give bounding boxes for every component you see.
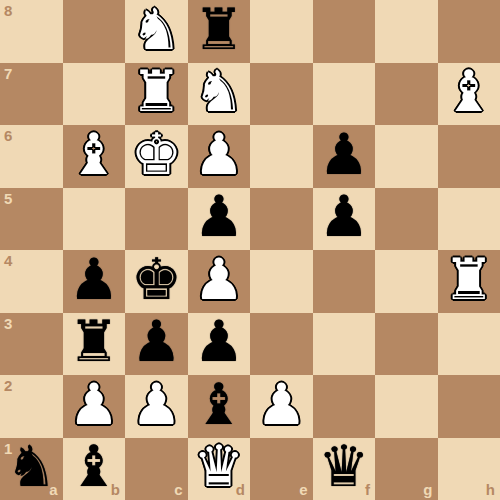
square-h2[interactable] — [438, 375, 500, 438]
piece-white-rook[interactable]: ♜ — [131, 63, 182, 120]
square-f8[interactable] — [313, 0, 376, 63]
square-b4[interactable]: ♟ — [63, 250, 126, 313]
piece-white-rook[interactable]: ♜ — [443, 251, 494, 308]
square-f5[interactable]: ♟ — [313, 188, 376, 251]
piece-white-knight[interactable]: ♞ — [193, 63, 244, 120]
square-g3[interactable] — [375, 313, 438, 376]
square-d6[interactable]: ♟ — [188, 125, 251, 188]
square-b1[interactable]: b♝ — [63, 438, 126, 500]
square-h7[interactable]: ♝ — [438, 63, 500, 126]
square-a6[interactable]: 6 — [0, 125, 63, 188]
square-e1[interactable]: e — [250, 438, 313, 500]
piece-black-pawn[interactable]: ♟ — [193, 188, 244, 245]
square-c3[interactable]: ♟ — [125, 313, 188, 376]
square-b5[interactable] — [63, 188, 126, 251]
piece-white-bishop[interactable]: ♝ — [443, 63, 494, 120]
square-b8[interactable] — [63, 0, 126, 63]
square-a8[interactable]: 8 — [0, 0, 63, 63]
square-g1[interactable]: g — [375, 438, 438, 500]
square-e2[interactable]: ♟ — [250, 375, 313, 438]
piece-white-king[interactable]: ♚ — [131, 126, 182, 183]
square-f3[interactable] — [313, 313, 376, 376]
square-d1[interactable]: d♛ — [188, 438, 251, 500]
piece-white-pawn[interactable]: ♟ — [131, 376, 182, 433]
square-g5[interactable] — [375, 188, 438, 251]
piece-black-pawn[interactable]: ♟ — [193, 313, 244, 370]
square-c6[interactable]: ♚ — [125, 125, 188, 188]
square-e8[interactable] — [250, 0, 313, 63]
square-h4[interactable]: ♜ — [438, 250, 500, 313]
rank-label-6: 6 — [4, 128, 12, 143]
square-g6[interactable] — [375, 125, 438, 188]
square-f7[interactable] — [313, 63, 376, 126]
piece-black-pawn[interactable]: ♟ — [131, 313, 182, 370]
rank-label-3: 3 — [4, 316, 12, 331]
square-d8[interactable]: ♜ — [188, 0, 251, 63]
square-d2[interactable]: ♝ — [188, 375, 251, 438]
piece-black-bishop[interactable]: ♝ — [193, 376, 244, 433]
chess-board: 8♞♜7♜♞♝6♝♚♟♟5♟♟4♟♚♟♜3♜♟♟2♟♟♝♟1a♞b♝cd♛ef♛… — [0, 0, 500, 500]
square-b6[interactable]: ♝ — [63, 125, 126, 188]
square-c4[interactable]: ♚ — [125, 250, 188, 313]
square-b2[interactable]: ♟ — [63, 375, 126, 438]
square-e3[interactable] — [250, 313, 313, 376]
square-a4[interactable]: 4 — [0, 250, 63, 313]
square-h8[interactable] — [438, 0, 500, 63]
piece-black-rook[interactable]: ♜ — [68, 313, 119, 370]
rank-label-2: 2 — [4, 378, 12, 393]
square-h3[interactable] — [438, 313, 500, 376]
file-label-h: h — [486, 482, 495, 497]
square-d5[interactable]: ♟ — [188, 188, 251, 251]
square-h1[interactable]: h — [438, 438, 500, 500]
square-g4[interactable] — [375, 250, 438, 313]
rank-label-5: 5 — [4, 191, 12, 206]
square-g7[interactable] — [375, 63, 438, 126]
square-a2[interactable]: 2 — [0, 375, 63, 438]
square-a3[interactable]: 3 — [0, 313, 63, 376]
square-a1[interactable]: 1a♞ — [0, 438, 63, 500]
square-c2[interactable]: ♟ — [125, 375, 188, 438]
square-e4[interactable] — [250, 250, 313, 313]
square-c5[interactable] — [125, 188, 188, 251]
square-c7[interactable]: ♜ — [125, 63, 188, 126]
piece-white-pawn[interactable]: ♟ — [68, 376, 119, 433]
piece-white-queen[interactable]: ♛ — [193, 438, 244, 495]
file-label-c: c — [174, 482, 182, 497]
piece-black-queen[interactable]: ♛ — [318, 438, 369, 495]
square-e7[interactable] — [250, 63, 313, 126]
piece-white-pawn[interactable]: ♟ — [193, 251, 244, 308]
square-g8[interactable] — [375, 0, 438, 63]
piece-black-knight[interactable]: ♞ — [6, 438, 57, 495]
square-b3[interactable]: ♜ — [63, 313, 126, 376]
piece-black-bishop[interactable]: ♝ — [68, 438, 119, 495]
square-c8[interactable]: ♞ — [125, 0, 188, 63]
piece-black-king[interactable]: ♚ — [131, 251, 182, 308]
square-e6[interactable] — [250, 125, 313, 188]
piece-black-pawn[interactable]: ♟ — [68, 251, 119, 308]
square-c1[interactable]: c — [125, 438, 188, 500]
square-d7[interactable]: ♞ — [188, 63, 251, 126]
square-f2[interactable] — [313, 375, 376, 438]
piece-white-pawn[interactable]: ♟ — [193, 126, 244, 183]
square-f1[interactable]: f♛ — [313, 438, 376, 500]
square-b7[interactable] — [63, 63, 126, 126]
rank-label-7: 7 — [4, 66, 12, 81]
file-label-e: e — [299, 482, 307, 497]
file-label-g: g — [423, 482, 432, 497]
square-d4[interactable]: ♟ — [188, 250, 251, 313]
square-e5[interactable] — [250, 188, 313, 251]
square-g2[interactable] — [375, 375, 438, 438]
piece-white-knight[interactable]: ♞ — [131, 1, 182, 58]
piece-black-pawn[interactable]: ♟ — [318, 126, 369, 183]
piece-black-rook[interactable]: ♜ — [193, 1, 244, 58]
square-f6[interactable]: ♟ — [313, 125, 376, 188]
rank-label-8: 8 — [4, 3, 12, 18]
square-a5[interactable]: 5 — [0, 188, 63, 251]
rank-label-4: 4 — [4, 253, 12, 268]
square-h6[interactable] — [438, 125, 500, 188]
piece-black-pawn[interactable]: ♟ — [318, 188, 369, 245]
square-h5[interactable] — [438, 188, 500, 251]
piece-white-bishop[interactable]: ♝ — [68, 126, 119, 183]
piece-white-pawn[interactable]: ♟ — [256, 376, 307, 433]
square-f4[interactable] — [313, 250, 376, 313]
square-d3[interactable]: ♟ — [188, 313, 251, 376]
square-a7[interactable]: 7 — [0, 63, 63, 126]
